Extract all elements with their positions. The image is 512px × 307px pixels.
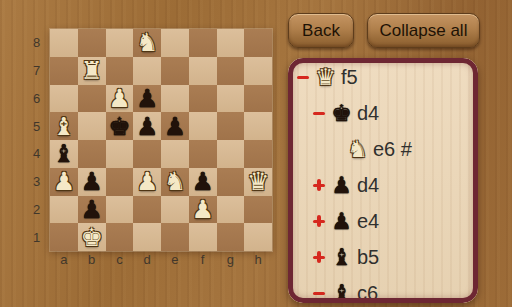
move-text: b5 — [357, 246, 379, 269]
square-a8[interactable] — [50, 29, 78, 57]
square-c7[interactable] — [106, 57, 134, 85]
white-pawn: ♟ — [136, 168, 158, 195]
square-f4[interactable] — [189, 140, 217, 168]
square-e7[interactable] — [161, 57, 189, 85]
white-knight-icon: ♞ — [346, 138, 369, 161]
square-e8[interactable] — [161, 29, 189, 57]
square-a3[interactable]: ♟ — [50, 168, 78, 196]
move-row[interactable]: ♝c6 — [297, 275, 478, 303]
square-f1[interactable] — [189, 223, 217, 251]
square-d4[interactable] — [133, 140, 161, 168]
file-label-a: a — [50, 251, 78, 268]
square-a1[interactable] — [50, 223, 78, 251]
square-h5[interactable] — [244, 112, 272, 140]
square-h6[interactable] — [244, 85, 272, 113]
square-b6[interactable] — [78, 85, 106, 113]
move-row[interactable]: ♞e6 # — [297, 131, 478, 167]
square-d1[interactable] — [133, 223, 161, 251]
square-e2[interactable] — [161, 196, 189, 224]
expand-icon[interactable] — [313, 251, 325, 264]
expand-icon[interactable] — [313, 215, 325, 228]
file-label-d: d — [133, 251, 161, 268]
square-e6[interactable] — [161, 85, 189, 113]
square-b4[interactable] — [78, 140, 106, 168]
square-d3[interactable]: ♟ — [133, 168, 161, 196]
file-label-c: c — [106, 251, 134, 268]
rank-label-1: 1 — [27, 223, 46, 251]
expand-icon[interactable] — [313, 179, 325, 192]
black-pawn: ♟ — [164, 113, 186, 140]
square-h1[interactable] — [244, 223, 272, 251]
white-rook: ♜ — [80, 57, 102, 84]
square-g6[interactable] — [217, 85, 245, 113]
black-pawn-icon: ♟ — [330, 210, 353, 233]
white-knight: ♞ — [164, 168, 186, 195]
square-h4[interactable] — [244, 140, 272, 168]
white-bishop: ♝ — [53, 113, 75, 140]
square-d5[interactable]: ♟ — [133, 112, 161, 140]
square-d6[interactable]: ♟ — [133, 85, 161, 113]
move-row[interactable]: ♛f5 — [297, 59, 478, 95]
square-b3[interactable]: ♟ — [78, 168, 106, 196]
collapse-icon[interactable] — [313, 107, 325, 120]
file-labels: abcdefgh — [50, 251, 272, 268]
square-g1[interactable] — [217, 223, 245, 251]
move-text: e6 # — [373, 138, 412, 161]
square-b8[interactable] — [78, 29, 106, 57]
white-pawn: ♟ — [53, 168, 75, 195]
black-pawn: ♟ — [136, 85, 158, 112]
black-king: ♚ — [108, 113, 130, 140]
square-f2[interactable]: ♟ — [189, 196, 217, 224]
move-text: f5 — [341, 66, 358, 89]
rank-label-6: 6 — [27, 85, 46, 113]
square-h2[interactable] — [244, 196, 272, 224]
move-text: d4 — [357, 102, 379, 125]
square-g3[interactable] — [217, 168, 245, 196]
square-e4[interactable] — [161, 140, 189, 168]
file-label-f: f — [189, 251, 217, 268]
rank-label-8: 8 — [27, 29, 46, 57]
move-row[interactable]: ♟d4 — [297, 167, 478, 203]
square-g5[interactable] — [217, 112, 245, 140]
black-bishop: ♝ — [53, 140, 75, 167]
black-bishop-icon: ♝ — [330, 246, 353, 269]
white-queen-icon: ♛ — [314, 66, 337, 89]
square-a7[interactable] — [50, 57, 78, 85]
square-f5[interactable] — [189, 112, 217, 140]
white-king: ♚ — [80, 224, 102, 251]
white-pawn: ♟ — [108, 85, 130, 112]
chess-board[interactable]: ♞♜♟♟♝♚♟♟♝♟♟♟♞♟♛♟♟♚ — [50, 29, 272, 251]
collapse-icon[interactable] — [297, 71, 309, 84]
square-f8[interactable] — [189, 29, 217, 57]
rank-label-3: 3 — [27, 168, 46, 196]
square-b2[interactable]: ♟ — [78, 196, 106, 224]
square-h3[interactable]: ♛ — [244, 168, 272, 196]
move-text: d4 — [357, 174, 379, 197]
white-queen: ♛ — [247, 168, 269, 195]
square-h8[interactable] — [244, 29, 272, 57]
move-text: c6 — [357, 282, 378, 304]
rank-label-7: 7 — [27, 57, 46, 85]
square-g2[interactable] — [217, 196, 245, 224]
file-label-b: b — [78, 251, 106, 268]
square-d7[interactable] — [133, 57, 161, 85]
file-label-h: h — [244, 251, 272, 268]
square-f3[interactable]: ♟ — [189, 168, 217, 196]
black-bishop-icon: ♝ — [330, 282, 353, 304]
rank-label-2: 2 — [27, 196, 46, 224]
white-knight: ♞ — [136, 29, 158, 56]
black-pawn: ♟ — [80, 168, 102, 195]
black-pawn: ♟ — [80, 196, 102, 223]
square-a2[interactable] — [50, 196, 78, 224]
square-c2[interactable] — [106, 196, 134, 224]
square-e1[interactable] — [161, 223, 189, 251]
rank-labels: 87654321 — [27, 29, 46, 251]
marker-spacer — [329, 143, 341, 156]
collapse-icon[interactable] — [313, 287, 325, 300]
black-pawn-icon: ♟ — [330, 174, 353, 197]
square-d2[interactable] — [133, 196, 161, 224]
square-h7[interactable] — [244, 57, 272, 85]
move-row[interactable]: ♝b5 — [297, 239, 478, 275]
square-g7[interactable] — [217, 57, 245, 85]
rank-label-5: 5 — [27, 112, 46, 140]
square-c5[interactable]: ♚ — [106, 112, 134, 140]
move-row[interactable]: ♚d4 — [297, 95, 478, 131]
black-pawn: ♟ — [136, 113, 158, 140]
square-e5[interactable]: ♟ — [161, 112, 189, 140]
back-button[interactable]: Back — [288, 13, 354, 48]
square-a6[interactable] — [50, 85, 78, 113]
move-text: e4 — [357, 210, 379, 233]
rank-label-4: 4 — [27, 140, 46, 168]
square-b5[interactable] — [78, 112, 106, 140]
white-pawn: ♟ — [191, 196, 213, 223]
square-c3[interactable] — [106, 168, 134, 196]
square-e3[interactable]: ♞ — [161, 168, 189, 196]
move-list[interactable]: ♛f5♚d4♞e6 #♟d4♟e4♝b5♝c6 — [288, 58, 478, 303]
square-d8[interactable]: ♞ — [133, 29, 161, 57]
square-c6[interactable]: ♟ — [106, 85, 134, 113]
square-a4[interactable]: ♝ — [50, 140, 78, 168]
file-label-g: g — [217, 251, 245, 268]
collapse-all-button[interactable]: Collapse all — [367, 13, 480, 48]
square-c1[interactable] — [106, 223, 134, 251]
square-g4[interactable] — [217, 140, 245, 168]
square-f6[interactable] — [189, 85, 217, 113]
square-b1[interactable]: ♚ — [78, 223, 106, 251]
square-c8[interactable] — [106, 29, 134, 57]
move-row[interactable]: ♟e4 — [297, 203, 478, 239]
square-f7[interactable] — [189, 57, 217, 85]
file-label-e: e — [161, 251, 189, 268]
square-a5[interactable]: ♝ — [50, 112, 78, 140]
black-pawn: ♟ — [191, 168, 213, 195]
square-b7[interactable]: ♜ — [78, 57, 106, 85]
black-king-icon: ♚ — [330, 102, 353, 125]
square-c4[interactable] — [106, 140, 134, 168]
square-g8[interactable] — [217, 29, 245, 57]
variation-panel[interactable]: ♛f5♚d4♞e6 #♟d4♟e4♝b5♝c6 — [288, 58, 478, 303]
